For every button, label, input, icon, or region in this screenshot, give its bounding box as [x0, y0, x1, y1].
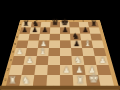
- square-d6[interactable]: [49, 34, 60, 41]
- square-c3[interactable]: [36, 56, 49, 65]
- square-e4[interactable]: [60, 48, 72, 56]
- square-g5[interactable]: ♝: [81, 41, 93, 48]
- square-d5[interactable]: [49, 41, 60, 48]
- square-c7[interactable]: ♟: [40, 28, 51, 34]
- piece-white-bishop-g5[interactable]: ♝: [81, 39, 94, 48]
- piece-black-pawn-c7[interactable]: ♟: [39, 26, 51, 34]
- piece-white-king-g1[interactable]: ♚: [86, 72, 102, 86]
- square-a4[interactable]: ♟: [14, 48, 27, 56]
- board-front-edge: [0, 86, 120, 90]
- piece-white-pawn-h3[interactable]: ♟: [95, 56, 109, 65]
- piece-white-pawn-b3[interactable]: ♟: [23, 56, 37, 65]
- square-g1[interactable]: ♚: [86, 75, 101, 86]
- piece-white-knight-f3[interactable]: ♞: [71, 55, 85, 65]
- square-d4[interactable]: [48, 48, 60, 56]
- file-label-top-g: g: [78, 20, 88, 22]
- piece-white-knight-b1[interactable]: ♞: [18, 75, 34, 86]
- chess-app-3d-scene: ♜♞♛♚♜♟♟♟♟♟♞♟♟♝♟♝♟♞♟♟♟♟♜♞♜♚ abcdefgh abcd…: [0, 0, 120, 90]
- square-f3[interactable]: ♞: [72, 56, 85, 65]
- square-b3[interactable]: ♟: [24, 56, 37, 65]
- square-f1[interactable]: ♜: [73, 75, 87, 86]
- square-h4[interactable]: [93, 48, 106, 56]
- piece-white-bishop-c4[interactable]: ♝: [36, 46, 50, 56]
- square-d3[interactable]: [48, 56, 60, 65]
- square-e7[interactable]: ♟: [60, 28, 70, 34]
- chess-board: ♜♞♛♚♜♟♟♟♟♟♞♟♟♝♟♝♟♞♟♟♟♟♜♞♜♚ abcdefgh abcd…: [0, 20, 119, 90]
- board-grid: ♜♞♛♚♜♟♟♟♟♟♞♟♟♝♟♝♟♞♟♟♟♟♜♞♜♚: [6, 22, 114, 86]
- square-h3[interactable]: ♟: [95, 56, 109, 65]
- square-c2[interactable]: [34, 65, 47, 75]
- square-b1[interactable]: ♞: [19, 75, 34, 86]
- file-label-top-f: f: [69, 20, 78, 22]
- square-c4[interactable]: ♝: [37, 48, 49, 56]
- piece-white-pawn-a4[interactable]: ♟: [13, 47, 27, 56]
